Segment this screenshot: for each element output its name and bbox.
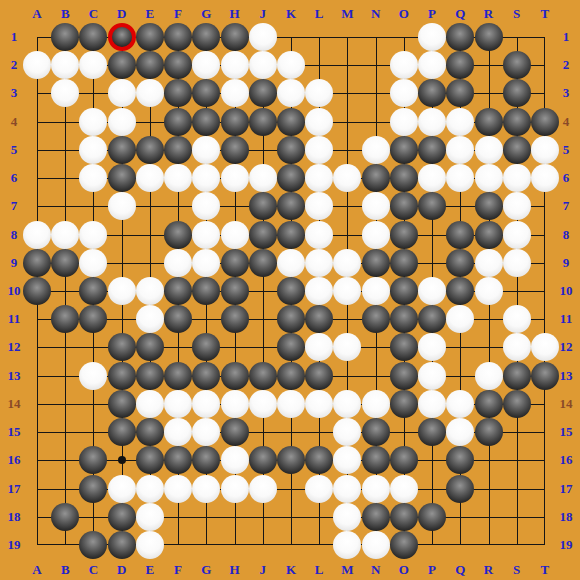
stone-e6: [136, 164, 164, 192]
stone-o11: [390, 305, 418, 333]
row-label-left-5: 5: [0, 141, 28, 159]
col-label-bottom-m: M: [333, 561, 361, 579]
stone-q9: [446, 249, 474, 277]
stone-e13: [136, 362, 164, 390]
row-label-right-15: 15: [552, 423, 580, 441]
stone-d6: [108, 164, 136, 192]
stone-m19: [333, 531, 361, 559]
stone-o8: [390, 221, 418, 249]
stone-k13: [277, 362, 305, 390]
stone-n9: [362, 249, 390, 277]
stone-e10: [136, 277, 164, 305]
stone-h5: [221, 136, 249, 164]
row-label-right-19: 19: [552, 536, 580, 554]
stone-o9: [390, 249, 418, 277]
row-label-right-18: 18: [552, 508, 580, 526]
stone-r9: [475, 249, 503, 277]
row-label-left-4: 4: [0, 113, 28, 131]
col-label-bottom-d: D: [108, 561, 136, 579]
stone-s9: [503, 249, 531, 277]
stone-l14: [305, 390, 333, 418]
stone-h4: [221, 108, 249, 136]
stone-j16: [249, 446, 277, 474]
stone-e18: [136, 503, 164, 531]
col-label-top-j: J: [249, 5, 277, 23]
stone-n16: [362, 446, 390, 474]
stone-s7: [503, 192, 531, 220]
stone-k6: [277, 164, 305, 192]
row-label-right-3: 3: [552, 84, 580, 102]
col-label-bottom-h: H: [221, 561, 249, 579]
stone-n8: [362, 221, 390, 249]
stone-k4: [277, 108, 305, 136]
stone-l5: [305, 136, 333, 164]
col-label-bottom-s: S: [503, 561, 531, 579]
stone-h15: [221, 418, 249, 446]
col-label-bottom-a: A: [23, 561, 51, 579]
stone-r14: [475, 390, 503, 418]
stone-g4: [192, 108, 220, 136]
stone-n5: [362, 136, 390, 164]
col-label-bottom-o: O: [390, 561, 418, 579]
stone-p13: [418, 362, 446, 390]
col-label-top-b: B: [51, 5, 79, 23]
stone-d17: [108, 475, 136, 503]
stone-o16: [390, 446, 418, 474]
stone-d10: [108, 277, 136, 305]
stone-e14: [136, 390, 164, 418]
stone-d18: [108, 503, 136, 531]
row-label-left-3: 3: [0, 84, 28, 102]
stone-o10: [390, 277, 418, 305]
stone-s12: [503, 333, 531, 361]
stone-r15: [475, 418, 503, 446]
stone-g14: [192, 390, 220, 418]
row-label-left-17: 17: [0, 480, 28, 498]
stone-n17: [362, 475, 390, 503]
stone-e19: [136, 531, 164, 559]
col-label-bottom-c: C: [79, 561, 107, 579]
stone-r13: [475, 362, 503, 390]
col-label-bottom-t: T: [531, 561, 559, 579]
col-label-bottom-l: L: [305, 561, 333, 579]
stone-d7: [108, 192, 136, 220]
stone-b18: [51, 503, 79, 531]
stone-m9: [333, 249, 361, 277]
stone-o2: [390, 51, 418, 79]
col-label-top-q: Q: [446, 5, 474, 23]
stone-l9: [305, 249, 333, 277]
stone-r7: [475, 192, 503, 220]
row-label-left-9: 9: [0, 254, 28, 272]
stone-d3: [108, 79, 136, 107]
stone-s3: [503, 79, 531, 107]
row-label-left-1: 1: [0, 28, 28, 46]
stone-n18: [362, 503, 390, 531]
stone-r5: [475, 136, 503, 164]
col-label-bottom-b: B: [51, 561, 79, 579]
col-label-bottom-j: J: [249, 561, 277, 579]
col-label-top-s: S: [503, 5, 531, 23]
col-label-top-e: E: [136, 5, 164, 23]
stone-c19: [79, 531, 107, 559]
stone-n15: [362, 418, 390, 446]
stone-k8: [277, 221, 305, 249]
stone-j1: [249, 23, 277, 51]
stone-e17: [136, 475, 164, 503]
col-label-top-g: G: [192, 5, 220, 23]
stone-n10: [362, 277, 390, 305]
row-label-right-1: 1: [552, 28, 580, 46]
stone-j4: [249, 108, 277, 136]
stone-p18: [418, 503, 446, 531]
col-label-top-t: T: [531, 5, 559, 23]
stone-d13: [108, 362, 136, 390]
stone-f10: [164, 277, 192, 305]
stone-h10: [221, 277, 249, 305]
stone-r10: [475, 277, 503, 305]
col-label-bottom-r: R: [475, 561, 503, 579]
stone-f14: [164, 390, 192, 418]
col-label-top-n: N: [362, 5, 390, 23]
row-label-right-7: 7: [552, 197, 580, 215]
stone-n19: [362, 531, 390, 559]
stone-h14: [221, 390, 249, 418]
col-label-bottom-e: E: [136, 561, 164, 579]
row-label-right-5: 5: [552, 141, 580, 159]
stone-n11: [362, 305, 390, 333]
stone-l8: [305, 221, 333, 249]
stone-c8: [79, 221, 107, 249]
row-label-left-7: 7: [0, 197, 28, 215]
stone-q14: [446, 390, 474, 418]
stone-q4: [446, 108, 474, 136]
stone-q5: [446, 136, 474, 164]
stone-d19: [108, 531, 136, 559]
stone-s4: [503, 108, 531, 136]
stone-p6: [418, 164, 446, 192]
stone-j8: [249, 221, 277, 249]
stone-p4: [418, 108, 446, 136]
row-label-right-8: 8: [552, 226, 580, 244]
stone-l10: [305, 277, 333, 305]
stone-m18: [333, 503, 361, 531]
stone-g8: [192, 221, 220, 249]
stone-o13: [390, 362, 418, 390]
stone-r1: [475, 23, 503, 51]
stone-g13: [192, 362, 220, 390]
stone-c17: [79, 475, 107, 503]
col-label-bottom-k: K: [277, 561, 305, 579]
stone-f4: [164, 108, 192, 136]
stone-d2: [108, 51, 136, 79]
stone-d12: [108, 333, 136, 361]
stone-l17: [305, 475, 333, 503]
stone-q8: [446, 221, 474, 249]
row-label-right-14: 14: [552, 395, 580, 413]
stone-k11: [277, 305, 305, 333]
col-label-top-a: A: [23, 5, 51, 23]
stone-o6: [390, 164, 418, 192]
stone-p1: [418, 23, 446, 51]
col-label-top-c: C: [79, 5, 107, 23]
stone-s13: [503, 362, 531, 390]
col-label-top-p: P: [418, 5, 446, 23]
stone-g5: [192, 136, 220, 164]
stone-o14: [390, 390, 418, 418]
col-label-bottom-g: G: [192, 561, 220, 579]
stone-h17: [221, 475, 249, 503]
stone-s11: [503, 305, 531, 333]
stone-n7: [362, 192, 390, 220]
stone-p5: [418, 136, 446, 164]
stone-f15: [164, 418, 192, 446]
row-label-left-12: 12: [0, 338, 28, 356]
col-label-top-k: K: [277, 5, 305, 23]
col-label-top-o: O: [390, 5, 418, 23]
stone-d15: [108, 418, 136, 446]
stone-h6: [221, 164, 249, 192]
row-label-right-10: 10: [552, 282, 580, 300]
stone-h13: [221, 362, 249, 390]
stone-l13: [305, 362, 333, 390]
stone-c9: [79, 249, 107, 277]
stone-h2: [221, 51, 249, 79]
col-label-bottom-q: Q: [446, 561, 474, 579]
row-label-left-18: 18: [0, 508, 28, 526]
stone-h3: [221, 79, 249, 107]
col-label-top-d: D: [108, 5, 136, 23]
stone-j2: [249, 51, 277, 79]
stone-o18: [390, 503, 418, 531]
stone-j14: [249, 390, 277, 418]
stone-s14: [503, 390, 531, 418]
row-label-left-10: 10: [0, 282, 28, 300]
stone-o7: [390, 192, 418, 220]
row-label-right-2: 2: [552, 56, 580, 74]
row-label-right-17: 17: [552, 480, 580, 498]
goban[interactable]: AABBCCDDEEFFGGHHJJKKLLMMNNOOPPQQRRSSTT11…: [0, 0, 580, 580]
stone-f9: [164, 249, 192, 277]
stone-o5: [390, 136, 418, 164]
stone-e1: [136, 23, 164, 51]
stone-c13: [79, 362, 107, 390]
row-label-left-14: 14: [0, 395, 28, 413]
row-label-right-13: 13: [552, 367, 580, 385]
stone-e16: [136, 446, 164, 474]
stone-o19: [390, 531, 418, 559]
star-point-d16: [118, 456, 126, 464]
row-label-left-15: 15: [0, 423, 28, 441]
stone-j7: [249, 192, 277, 220]
stone-k2: [277, 51, 305, 79]
stone-p14: [418, 390, 446, 418]
row-label-left-6: 6: [0, 169, 28, 187]
stone-k14: [277, 390, 305, 418]
stone-c4: [79, 108, 107, 136]
col-label-bottom-p: P: [418, 561, 446, 579]
last-move-marker-d1: [108, 23, 136, 51]
stone-f17: [164, 475, 192, 503]
stone-o4: [390, 108, 418, 136]
stone-o17: [390, 475, 418, 503]
stone-q17: [446, 475, 474, 503]
col-label-top-l: L: [305, 5, 333, 23]
stone-f6: [164, 164, 192, 192]
stone-r8: [475, 221, 503, 249]
col-label-bottom-n: N: [362, 561, 390, 579]
col-label-top-f: F: [164, 5, 192, 23]
col-label-top-r: R: [475, 5, 503, 23]
stone-j6: [249, 164, 277, 192]
row-label-right-12: 12: [552, 338, 580, 356]
stone-s8: [503, 221, 531, 249]
stone-k5: [277, 136, 305, 164]
stone-f1: [164, 23, 192, 51]
stone-h9: [221, 249, 249, 277]
stone-d5: [108, 136, 136, 164]
stone-h16: [221, 446, 249, 474]
stone-j17: [249, 475, 277, 503]
stone-f5: [164, 136, 192, 164]
stone-r4: [475, 108, 503, 136]
row-label-left-11: 11: [0, 310, 28, 328]
row-label-right-9: 9: [552, 254, 580, 272]
row-label-left-19: 19: [0, 536, 28, 554]
stone-f8: [164, 221, 192, 249]
stone-e11: [136, 305, 164, 333]
row-label-right-16: 16: [552, 451, 580, 469]
stone-k9: [277, 249, 305, 277]
stone-s5: [503, 136, 531, 164]
stone-k10: [277, 277, 305, 305]
row-label-left-13: 13: [0, 367, 28, 385]
stone-s6: [503, 164, 531, 192]
stone-p10: [418, 277, 446, 305]
col-label-top-m: M: [333, 5, 361, 23]
stone-f13: [164, 362, 192, 390]
stone-m17: [333, 475, 361, 503]
stone-g17: [192, 475, 220, 503]
stone-h11: [221, 305, 249, 333]
row-label-right-11: 11: [552, 310, 580, 328]
stone-h8: [221, 221, 249, 249]
stone-n6: [362, 164, 390, 192]
stone-j13: [249, 362, 277, 390]
row-label-left-2: 2: [0, 56, 28, 74]
stone-p15: [418, 418, 446, 446]
row-label-left-16: 16: [0, 451, 28, 469]
stone-e5: [136, 136, 164, 164]
stone-e15: [136, 418, 164, 446]
row-label-right-4: 4: [552, 113, 580, 131]
stone-h1: [221, 23, 249, 51]
stone-d4: [108, 108, 136, 136]
stone-r6: [475, 164, 503, 192]
row-label-left-8: 8: [0, 226, 28, 244]
stone-b9: [51, 249, 79, 277]
stone-j9: [249, 249, 277, 277]
stone-e2: [136, 51, 164, 79]
stone-b8: [51, 221, 79, 249]
col-label-bottom-f: F: [164, 561, 192, 579]
col-label-top-h: H: [221, 5, 249, 23]
stone-l4: [305, 108, 333, 136]
stone-n14: [362, 390, 390, 418]
stone-g9: [192, 249, 220, 277]
stone-d14: [108, 390, 136, 418]
stone-s2: [503, 51, 531, 79]
stone-j3: [249, 79, 277, 107]
row-label-right-6: 6: [552, 169, 580, 187]
